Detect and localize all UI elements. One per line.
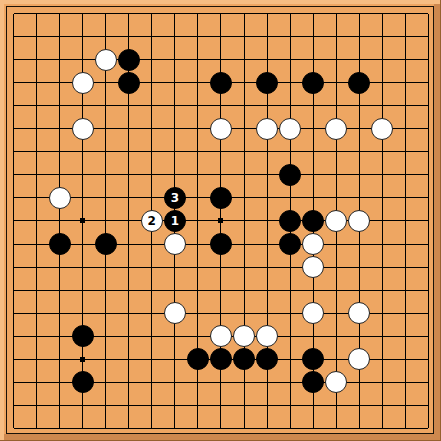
white-stone: [302, 233, 324, 255]
grid-line-horizontal: [14, 405, 429, 406]
star-point: [80, 357, 85, 362]
black-stone: [118, 49, 140, 71]
black-stone: [95, 233, 117, 255]
black-stone: [302, 210, 324, 232]
go-board: 321: [0, 0, 441, 441]
star-point: [80, 218, 85, 223]
grid-line-horizontal: [14, 267, 429, 268]
black-stone: [348, 72, 370, 94]
black-stone: [279, 164, 301, 186]
black-stone: [256, 72, 278, 94]
white-stone: [279, 118, 301, 140]
black-stone: [187, 348, 209, 370]
grid-line-horizontal: [14, 428, 429, 429]
white-stone: [256, 118, 278, 140]
white-stone: [164, 233, 186, 255]
black-stone: [49, 233, 71, 255]
white-stone: [210, 118, 232, 140]
move-2-stone-white: 2: [141, 210, 163, 232]
black-stone: [72, 371, 94, 393]
move-3-stone-black: 3: [164, 187, 186, 209]
white-stone: [325, 210, 347, 232]
grid-line-vertical: [405, 14, 406, 429]
white-stone: [371, 118, 393, 140]
black-stone: [72, 325, 94, 347]
white-stone: [72, 72, 94, 94]
grid-line-horizontal: [14, 290, 429, 291]
black-stone: [210, 187, 232, 209]
white-stone: [49, 187, 71, 209]
black-stone: [279, 210, 301, 232]
go-board-diagram: 321: [0, 0, 441, 441]
black-stone: [279, 233, 301, 255]
white-stone: [72, 118, 94, 140]
star-point: [218, 218, 223, 223]
white-stone: [164, 302, 186, 324]
move-1-stone-black: 1: [164, 210, 186, 232]
white-stone: [210, 325, 232, 347]
black-stone: [118, 72, 140, 94]
white-stone: [325, 118, 347, 140]
grid-line-vertical: [428, 14, 429, 429]
black-stone: [210, 233, 232, 255]
white-stone: [95, 49, 117, 71]
black-stone: [210, 72, 232, 94]
black-stone: [302, 72, 324, 94]
grid-line-vertical: [382, 14, 383, 429]
